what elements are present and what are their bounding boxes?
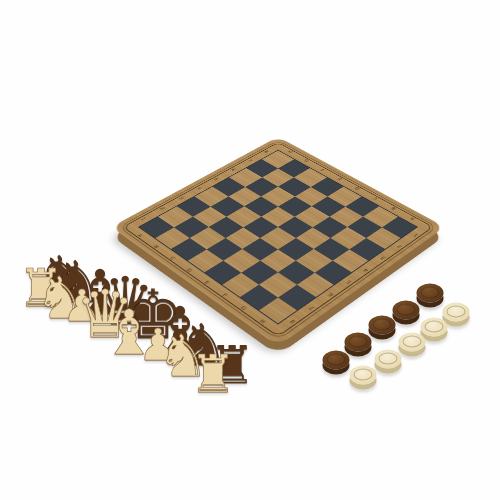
light-checker[interactable] (443, 303, 470, 322)
light-rook[interactable]: ♜ (190, 348, 237, 400)
product-photo: ABCDEFGH ABCDEFGH 87654321 87654321 ♞♞♝♛… (0, 0, 500, 500)
dark-checker[interactable] (393, 301, 420, 320)
dark-checker[interactable] (369, 316, 396, 335)
light-checker[interactable] (375, 350, 402, 369)
light-checker[interactable] (350, 366, 377, 385)
dark-checker[interactable] (323, 351, 350, 370)
light-checker[interactable] (399, 333, 426, 352)
dark-checker[interactable] (417, 284, 444, 303)
dark-checker[interactable] (345, 333, 372, 352)
light-checker[interactable] (421, 318, 448, 337)
